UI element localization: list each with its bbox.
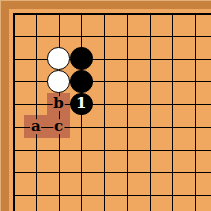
- black-stone: [70, 47, 93, 70]
- stone-layer: 1: [1, 1, 211, 211]
- white-stone: [47, 70, 70, 93]
- white-stone: [47, 47, 70, 70]
- black-stone: [70, 70, 93, 93]
- black-stone-move-1: 1: [70, 93, 93, 116]
- go-board-frame: bac 1: [0, 0, 211, 211]
- move-number: 1: [76, 96, 86, 112]
